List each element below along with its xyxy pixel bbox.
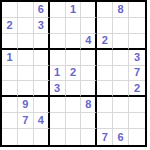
cell-r4c1-given-1[interactable]: 1: [2, 50, 18, 66]
cell-r3c1[interactable]: [2, 34, 18, 50]
cell-r3c6-given-4[interactable]: 4: [81, 34, 97, 50]
cell-r1c3-given-6[interactable]: 6: [34, 2, 50, 18]
cell-r8c2-given-7[interactable]: 7: [18, 113, 34, 129]
cell-r7c4[interactable]: [50, 97, 66, 113]
cell-r7c8[interactable]: [113, 97, 129, 113]
cell-r6c2[interactable]: [18, 81, 34, 97]
cell-r7c2-given-9[interactable]: 9: [18, 97, 34, 113]
cell-r9c2[interactable]: [18, 129, 34, 145]
cell-r4c9-given-3[interactable]: 3: [129, 50, 145, 66]
cell-r5c9-given-7[interactable]: 7: [129, 66, 145, 82]
cell-r5c2[interactable]: [18, 66, 34, 82]
cell-r4c2[interactable]: [18, 50, 34, 66]
cell-r2c3-given-3[interactable]: 3: [34, 18, 50, 34]
cell-r3c8[interactable]: [113, 34, 129, 50]
cell-r1c5-given-1[interactable]: 1: [66, 2, 82, 18]
cell-r8c4[interactable]: [50, 113, 66, 129]
cell-r4c8[interactable]: [113, 50, 129, 66]
cell-r5c4-given-1[interactable]: 1: [50, 66, 66, 82]
cell-r7c9[interactable]: [129, 97, 145, 113]
cell-r8c8[interactable]: [113, 113, 129, 129]
cell-r1c2[interactable]: [18, 2, 34, 18]
cell-r8c9[interactable]: [129, 113, 145, 129]
cell-r1c9[interactable]: [129, 2, 145, 18]
cell-r4c5[interactable]: [66, 50, 82, 66]
cell-r5c5-given-2[interactable]: 2: [66, 66, 82, 82]
cell-r6c9-given-2[interactable]: 2: [129, 81, 145, 97]
cell-r6c4-given-3[interactable]: 3: [50, 81, 66, 97]
cell-r1c7[interactable]: [97, 2, 113, 18]
cell-r6c1[interactable]: [2, 81, 18, 97]
cell-r1c8-given-8[interactable]: 8: [113, 2, 129, 18]
cell-r3c5[interactable]: [66, 34, 82, 50]
cell-r5c8[interactable]: [113, 66, 129, 82]
cell-r8c6[interactable]: [81, 113, 97, 129]
cell-r2c6[interactable]: [81, 18, 97, 34]
cell-r3c2[interactable]: [18, 34, 34, 50]
cell-r7c7[interactable]: [97, 97, 113, 113]
cell-r1c1[interactable]: [2, 2, 18, 18]
cell-r8c3-given-4[interactable]: 4: [34, 113, 50, 129]
cell-r7c1[interactable]: [2, 97, 18, 113]
cell-r2c8[interactable]: [113, 18, 129, 34]
cell-r7c3[interactable]: [34, 97, 50, 113]
cell-r5c6[interactable]: [81, 66, 97, 82]
cell-r6c6[interactable]: [81, 81, 97, 97]
cell-r9c9[interactable]: [129, 129, 145, 145]
cell-r9c8-given-6[interactable]: 6: [113, 129, 129, 145]
cell-r2c7[interactable]: [97, 18, 113, 34]
cell-r6c3[interactable]: [34, 81, 50, 97]
cell-r5c3[interactable]: [34, 66, 50, 82]
cell-r3c3[interactable]: [34, 34, 50, 50]
cell-r9c5[interactable]: [66, 129, 82, 145]
cell-r5c7[interactable]: [97, 66, 113, 82]
cell-r6c7[interactable]: [97, 81, 113, 97]
cell-r1c6[interactable]: [81, 2, 97, 18]
cell-r5c1[interactable]: [2, 66, 18, 82]
cell-r7c5[interactable]: [66, 97, 82, 113]
cell-r4c6[interactable]: [81, 50, 97, 66]
cell-r1c4[interactable]: [50, 2, 66, 18]
cell-r3c9[interactable]: [129, 34, 145, 50]
cell-r9c4[interactable]: [50, 129, 66, 145]
cell-r8c1[interactable]: [2, 113, 18, 129]
cell-r4c7[interactable]: [97, 50, 113, 66]
cell-r9c6[interactable]: [81, 129, 97, 145]
cell-r2c2[interactable]: [18, 18, 34, 34]
cell-r2c4[interactable]: [50, 18, 66, 34]
cell-r6c5[interactable]: [66, 81, 82, 97]
cell-r9c1[interactable]: [2, 129, 18, 145]
sudoku-board: 61823421312732987476: [0, 0, 147, 147]
cell-r7c6-given-8[interactable]: 8: [81, 97, 97, 113]
cell-r2c1-given-2[interactable]: 2: [2, 18, 18, 34]
cell-r2c9[interactable]: [129, 18, 145, 34]
cell-r3c7-given-2[interactable]: 2: [97, 34, 113, 50]
cell-r4c3[interactable]: [34, 50, 50, 66]
cell-r3c4[interactable]: [50, 34, 66, 50]
cell-r9c3[interactable]: [34, 129, 50, 145]
cell-r4c4[interactable]: [50, 50, 66, 66]
cell-r6c8[interactable]: [113, 81, 129, 97]
cell-r2c5[interactable]: [66, 18, 82, 34]
cell-r8c7[interactable]: [97, 113, 113, 129]
cell-r8c5[interactable]: [66, 113, 82, 129]
cell-r9c7-given-7[interactable]: 7: [97, 129, 113, 145]
